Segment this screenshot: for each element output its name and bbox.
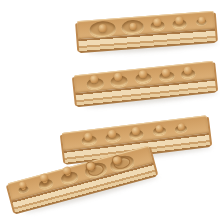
cylinder-block-2	[74, 61, 217, 107]
cylinder-knob	[98, 24, 107, 33]
cylinder-knob	[114, 72, 123, 81]
cylinder-knob	[90, 74, 99, 83]
cylinder-knob	[131, 126, 140, 135]
cylinder-knob	[175, 16, 184, 25]
cylinder-knob	[108, 129, 117, 138]
cylinder-socket	[196, 18, 206, 25]
cylinder-socket	[38, 177, 54, 189]
cylinder-socket	[175, 124, 188, 132]
cylinder-knob	[153, 17, 162, 26]
cylinder-socket	[150, 20, 165, 30]
cylinder-socket	[129, 129, 144, 140]
cylinder-socket	[86, 77, 104, 90]
cylinder-knob	[129, 23, 137, 31]
product-photo-montessori-cylinder-blocks	[0, 0, 220, 220]
cylinder-socket	[104, 131, 120, 142]
cylinder-socket	[109, 74, 127, 87]
cylinder-knob	[198, 17, 206, 25]
cylinder-socket	[121, 19, 144, 35]
cylinder-knob	[18, 181, 27, 190]
cylinder-socket	[152, 126, 166, 136]
cylinder-knob	[84, 132, 93, 141]
cylinder-knob	[62, 165, 72, 175]
cylinder-knob	[183, 66, 192, 75]
cylinder-knob	[39, 172, 49, 182]
cylinder-socket	[18, 185, 29, 193]
cylinder-socket	[181, 68, 196, 78]
cylinder-socket	[135, 72, 152, 84]
cylinder-knob	[161, 68, 170, 77]
cylinder-knob	[155, 125, 163, 133]
cylinder-knob	[139, 70, 148, 79]
cylinder-block-1	[77, 11, 216, 53]
cylinder-socket	[172, 18, 187, 28]
cylinder-socket	[158, 70, 174, 81]
cylinder-socket	[81, 134, 97, 145]
cylinder-knob	[177, 123, 185, 131]
